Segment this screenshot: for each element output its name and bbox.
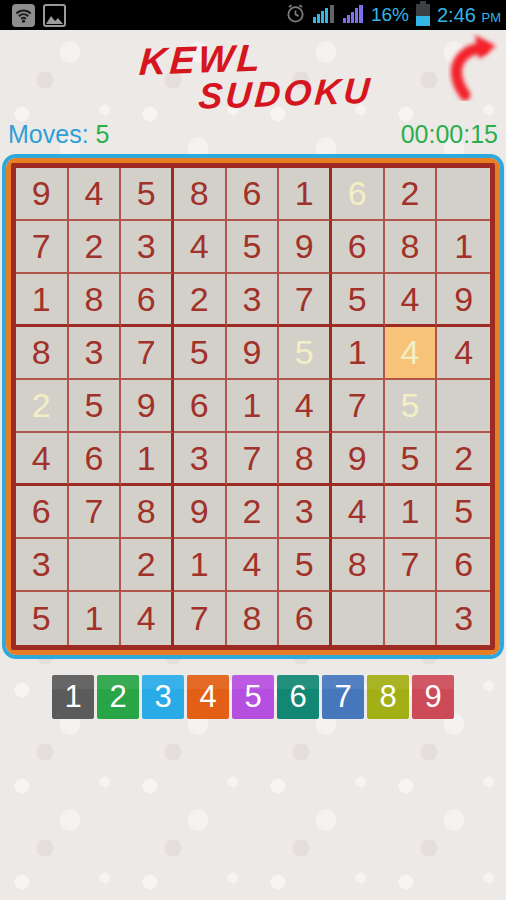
cell-r4-c5[interactable]: 9 xyxy=(227,327,280,380)
keypad-button-2[interactable]: 2 xyxy=(97,675,139,719)
status-bar-left xyxy=(0,4,66,27)
cell-r1-c4[interactable]: 8 xyxy=(174,168,227,221)
game-timer: 00:00:15 xyxy=(401,120,498,149)
cell-r6-c9[interactable]: 2 xyxy=(437,433,490,486)
keypad-button-6[interactable]: 6 xyxy=(277,675,319,719)
cell-r3-c7[interactable]: 5 xyxy=(332,274,385,327)
cell-r4-c3[interactable]: 7 xyxy=(121,327,174,380)
signal-sim2-icon xyxy=(343,4,364,27)
cell-r8-c6[interactable]: 5 xyxy=(279,539,332,592)
status-clock: 2:46 PM xyxy=(437,4,501,27)
app-logo: KEWL SUDOKU xyxy=(139,36,361,116)
gallery-icon xyxy=(43,4,66,27)
sudoku-board: 9458616272345968118623754983759514425961… xyxy=(2,154,504,659)
cell-r3-c9[interactable]: 9 xyxy=(437,274,490,327)
cell-r8-c2[interactable] xyxy=(69,539,122,592)
moves-label: Moves: xyxy=(8,120,89,148)
number-keypad: 123456789 xyxy=(0,675,506,720)
cell-r7-c1[interactable]: 6 xyxy=(16,486,69,539)
keypad-button-4[interactable]: 4 xyxy=(187,675,229,719)
cell-r2-c3[interactable]: 3 xyxy=(121,221,174,274)
cell-r5-c9[interactable] xyxy=(437,380,490,433)
logo-line-2: SUDOKU xyxy=(198,74,362,114)
cell-r8-c3[interactable]: 2 xyxy=(121,539,174,592)
keypad-button-8[interactable]: 8 xyxy=(367,675,409,719)
board-grid: 9458616272345968118623754983759514425961… xyxy=(16,168,490,645)
cell-r1-c1[interactable]: 9 xyxy=(16,168,69,221)
cell-r5-c8[interactable]: 5 xyxy=(385,380,438,433)
battery-percent: 16% xyxy=(371,4,409,26)
cell-r2-c5[interactable]: 5 xyxy=(227,221,280,274)
cell-r9-c3[interactable]: 4 xyxy=(121,592,174,645)
cell-r8-c5[interactable]: 4 xyxy=(227,539,280,592)
cell-r4-c2[interactable]: 3 xyxy=(69,327,122,380)
cell-r9-c8[interactable] xyxy=(385,592,438,645)
keypad-button-7[interactable]: 7 xyxy=(322,675,364,719)
cell-r1-c8[interactable]: 2 xyxy=(385,168,438,221)
cell-r2-c6[interactable]: 9 xyxy=(279,221,332,274)
cell-r7-c2[interactable]: 7 xyxy=(69,486,122,539)
battery-icon xyxy=(416,4,430,26)
cell-r3-c3[interactable]: 6 xyxy=(121,274,174,327)
board-frame-red: 9458616272345968118623754983759514425961… xyxy=(11,163,495,650)
cell-r9-c5[interactable]: 8 xyxy=(227,592,280,645)
info-bar: Moves:5 00:00:15 xyxy=(0,117,506,151)
cell-r5-c5[interactable]: 1 xyxy=(227,380,280,433)
wifi-icon xyxy=(12,4,35,27)
cell-r4-c8[interactable]: 4 xyxy=(385,327,438,380)
status-bar-right: 16% 2:46 PM xyxy=(285,3,506,28)
cell-r9-c4[interactable]: 7 xyxy=(174,592,227,645)
cell-r1-c9[interactable] xyxy=(437,168,490,221)
cell-r8-c9[interactable]: 6 xyxy=(437,539,490,592)
keypad-button-5[interactable]: 5 xyxy=(232,675,274,719)
keypad-button-9[interactable]: 9 xyxy=(412,675,454,719)
cell-r8-c1[interactable]: 3 xyxy=(16,539,69,592)
sudoku-app-screen: { "game": "sudoku", "position": "9458616… xyxy=(0,0,506,900)
cell-r3-c8[interactable]: 4 xyxy=(385,274,438,327)
cell-r1-c7[interactable]: 6 xyxy=(332,168,385,221)
cell-r2-c8[interactable]: 8 xyxy=(385,221,438,274)
keypad-button-3[interactable]: 3 xyxy=(142,675,184,719)
cell-r5-c6[interactable]: 4 xyxy=(279,380,332,433)
cell-r2-c7[interactable]: 6 xyxy=(332,221,385,274)
cell-r7-c5[interactable]: 2 xyxy=(227,486,280,539)
moves-value: 5 xyxy=(96,120,110,148)
cell-r2-c1[interactable]: 7 xyxy=(16,221,69,274)
cell-r9-c2[interactable]: 1 xyxy=(69,592,122,645)
cell-r7-c7[interactable]: 4 xyxy=(332,486,385,539)
cell-r1-c3[interactable]: 5 xyxy=(121,168,174,221)
cell-r2-c2[interactable]: 2 xyxy=(69,221,122,274)
cell-r2-c9[interactable]: 1 xyxy=(437,221,490,274)
cell-r9-c6[interactable]: 6 xyxy=(279,592,332,645)
cell-r6-c4[interactable]: 3 xyxy=(174,433,227,486)
signal-sim1-icon xyxy=(313,4,336,27)
cell-r7-c8[interactable]: 1 xyxy=(385,486,438,539)
cell-r6-c5[interactable]: 7 xyxy=(227,433,280,486)
cell-r8-c7[interactable]: 8 xyxy=(332,539,385,592)
keypad-button-1[interactable]: 1 xyxy=(52,675,94,719)
cell-r3-c1[interactable]: 1 xyxy=(16,274,69,327)
cell-r2-c4[interactable]: 4 xyxy=(174,221,227,274)
cell-r6-c6[interactable]: 8 xyxy=(279,433,332,486)
cell-r8-c8[interactable]: 7 xyxy=(385,539,438,592)
cell-r4-c1[interactable]: 8 xyxy=(16,327,69,380)
cell-r7-c3[interactable]: 8 xyxy=(121,486,174,539)
cell-r1-c5[interactable]: 6 xyxy=(227,168,280,221)
cell-r3-c5[interactable]: 3 xyxy=(227,274,280,327)
cell-r9-c7[interactable] xyxy=(332,592,385,645)
cell-r7-c6[interactable]: 3 xyxy=(279,486,332,539)
cell-r5-c1[interactable]: 2 xyxy=(16,380,69,433)
cell-r6-c2[interactable]: 6 xyxy=(69,433,122,486)
alarm-icon xyxy=(285,3,306,28)
cell-r3-c4[interactable]: 2 xyxy=(174,274,227,327)
cell-r1-c2[interactable]: 4 xyxy=(69,168,122,221)
cell-r4-c7[interactable]: 1 xyxy=(332,327,385,380)
cell-r7-c9[interactable]: 5 xyxy=(437,486,490,539)
cell-r9-c9[interactable]: 3 xyxy=(437,592,490,645)
cell-r1-c6[interactable]: 1 xyxy=(279,168,332,221)
cell-r4-c6[interactable]: 5 xyxy=(279,327,332,380)
cell-r5-c7[interactable]: 7 xyxy=(332,380,385,433)
cell-r4-c9[interactable]: 4 xyxy=(437,327,490,380)
moves-counter: Moves:5 xyxy=(8,120,110,149)
cell-r3-c2[interactable]: 8 xyxy=(69,274,122,327)
cell-r3-c6[interactable]: 7 xyxy=(279,274,332,327)
cell-r9-c1[interactable]: 5 xyxy=(16,592,69,645)
cell-r6-c7[interactable]: 9 xyxy=(332,433,385,486)
cell-r5-c2[interactable]: 5 xyxy=(69,380,122,433)
cell-r5-c4[interactable]: 6 xyxy=(174,380,227,433)
cell-r8-c4[interactable]: 1 xyxy=(174,539,227,592)
status-bar: 16% 2:46 PM xyxy=(0,0,506,30)
cell-r6-c3[interactable]: 1 xyxy=(121,433,174,486)
redo-arrow-icon[interactable] xyxy=(448,33,500,101)
cell-r5-c3[interactable]: 9 xyxy=(121,380,174,433)
cell-r4-c4[interactable]: 5 xyxy=(174,327,227,380)
board-frame-orange: 9458616272345968118623754983759514425961… xyxy=(6,158,500,655)
cell-r7-c4[interactable]: 9 xyxy=(174,486,227,539)
cell-r6-c1[interactable]: 4 xyxy=(16,433,69,486)
cell-r6-c8[interactable]: 5 xyxy=(385,433,438,486)
